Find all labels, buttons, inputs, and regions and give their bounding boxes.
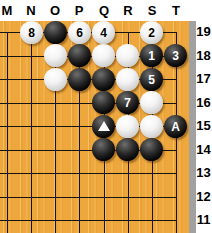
stone-label: 3 [172, 49, 179, 61]
stone-white-s16[interactable] [140, 91, 163, 114]
stone-label: 6 [76, 26, 83, 38]
stone-black-p17[interactable] [68, 68, 91, 91]
stone-black-q16[interactable] [92, 91, 115, 114]
row-label-18: 18 [195, 48, 212, 64]
column-label-s: S [142, 2, 162, 19]
stone-white-s15[interactable] [140, 115, 163, 138]
stone-black-q14[interactable] [92, 138, 115, 161]
stone-label: 1 [148, 49, 155, 61]
triangle-marker-icon [98, 121, 110, 131]
stone-white-r15[interactable] [116, 115, 139, 138]
stone-white-r17[interactable] [116, 68, 139, 91]
row-label-13: 13 [195, 165, 212, 181]
row-label-16: 16 [195, 95, 212, 111]
stone-label: 7 [124, 96, 131, 108]
row-label-15: 15 [195, 118, 212, 134]
grid-line-row-12 [0, 197, 177, 198]
column-label-p: P [69, 2, 89, 19]
row-label-17: 17 [195, 71, 212, 87]
row-label-14: 14 [195, 142, 212, 158]
stone-white-q19[interactable]: 4 [92, 21, 115, 44]
column-label-m: M [0, 2, 17, 19]
grid-line-row-13 [0, 173, 177, 174]
stone-white-n19[interactable]: 8 [20, 21, 43, 44]
row-label-19: 19 [195, 24, 212, 40]
stone-white-o17[interactable] [44, 68, 67, 91]
stone-black-p18[interactable] [68, 44, 91, 67]
stone-label: 2 [148, 26, 155, 38]
stone-black-q17[interactable] [92, 68, 115, 91]
column-label-o: O [45, 2, 65, 19]
stone-black-t18[interactable]: 3 [164, 44, 187, 67]
stone-black-s17[interactable]: 5 [140, 68, 163, 91]
stone-label: 8 [28, 26, 35, 38]
column-label-t: T [166, 2, 186, 19]
row-label-12: 12 [195, 189, 212, 205]
stone-black-r14[interactable] [116, 138, 139, 161]
stone-black-s18[interactable]: 1 [140, 44, 163, 67]
stone-white-r18[interactable] [116, 44, 139, 67]
stone-label: A [171, 120, 180, 132]
stone-white-q18[interactable] [92, 44, 115, 67]
stone-black-s14[interactable] [140, 138, 163, 161]
stone-white-s19[interactable]: 2 [140, 21, 163, 44]
stone-label: 4 [100, 26, 107, 38]
column-label-q: Q [94, 2, 114, 19]
stone-black-t15[interactable]: A [164, 115, 187, 138]
column-label-r: R [118, 2, 138, 19]
stone-white-o18[interactable] [44, 44, 67, 67]
row-label-11: 11 [195, 212, 212, 228]
grid-line-col-m [7, 32, 8, 233]
column-label-n: N [21, 2, 41, 19]
stone-white-p19[interactable]: 6 [68, 21, 91, 44]
grid-line-col-n [31, 32, 32, 233]
stone-black-r16[interactable]: 7 [116, 91, 139, 114]
stone-black-o19[interactable] [44, 21, 67, 44]
go-board[interactable]: 86421357A [0, 21, 189, 233]
stone-label: 5 [148, 73, 155, 85]
grid-line-row-11 [0, 220, 177, 221]
stone-black-q15[interactable] [92, 115, 115, 138]
go-diagram: 86421357A MNOPQRST191817161514131211 [0, 0, 212, 233]
